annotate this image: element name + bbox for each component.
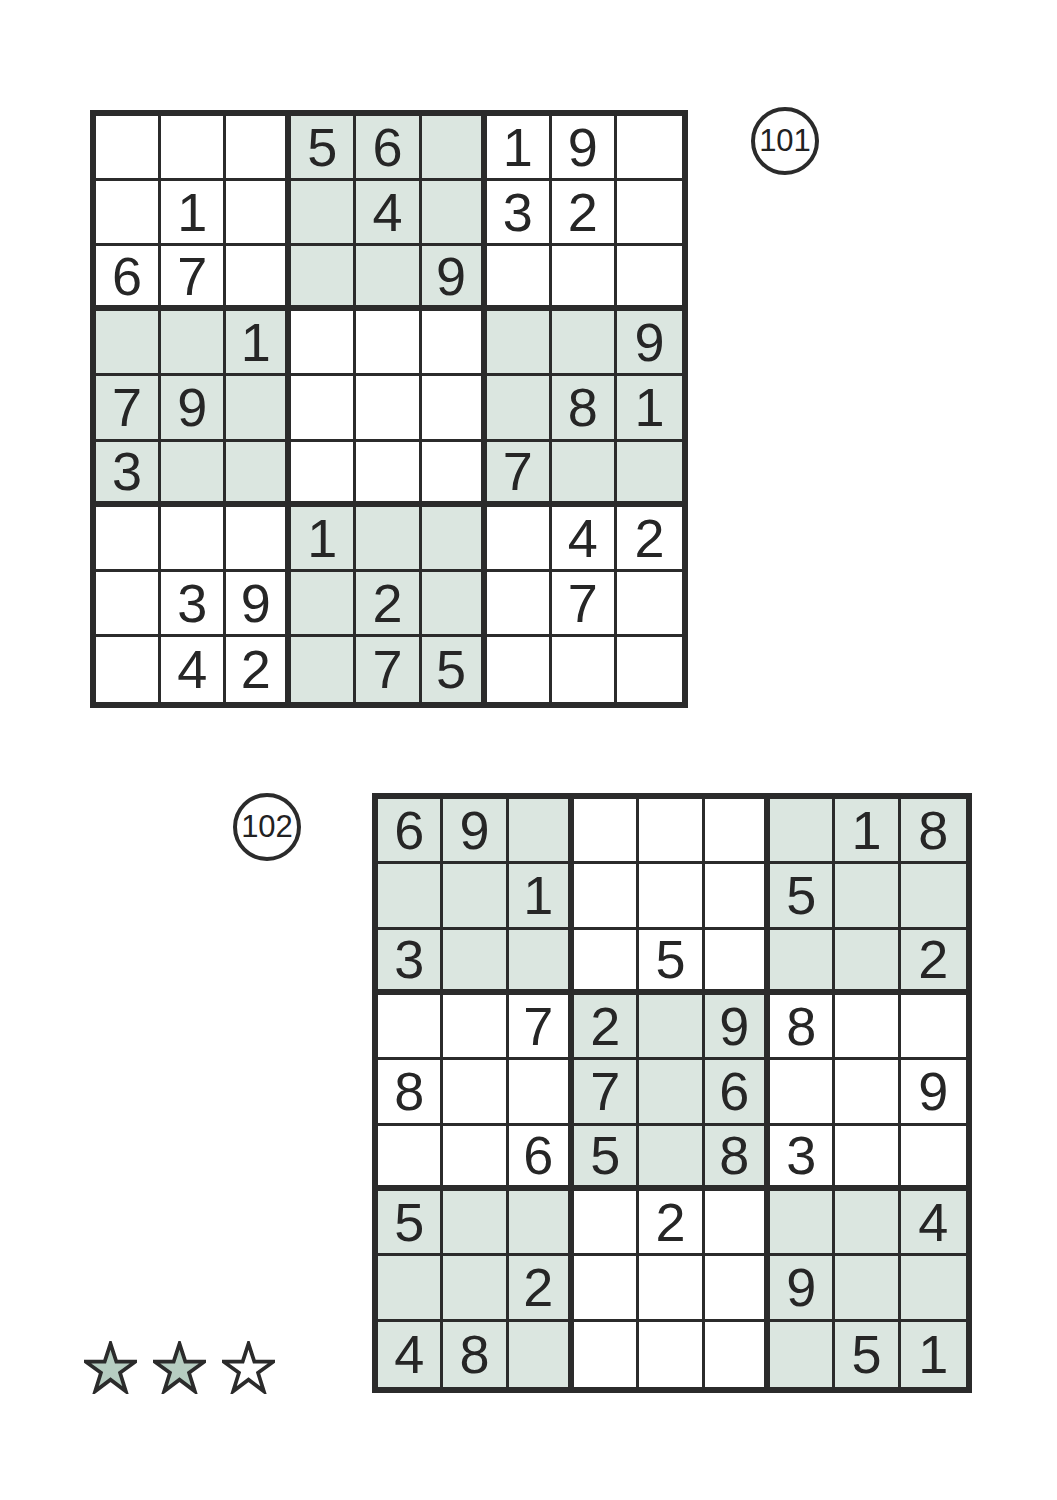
sudoku-grid-102: 691815352729887696583524294851 (372, 793, 972, 1393)
cell-r5c9[interactable]: 1 (617, 376, 682, 441)
cell-r6c2[interactable] (443, 1126, 508, 1191)
cell-r6c5[interactable] (639, 1126, 704, 1191)
cell-r9c9[interactable] (617, 637, 682, 702)
difficulty-rating (84, 1341, 275, 1394)
cell-r8c6[interactable] (422, 572, 487, 637)
cell-r1c1[interactable] (96, 116, 161, 181)
cell-r7c2[interactable] (161, 507, 226, 572)
cell-r7c7[interactable] (487, 507, 552, 572)
cell-r1c9[interactable]: 8 (901, 799, 966, 864)
cell-r8c4[interactable] (574, 1256, 639, 1321)
cell-r7c6[interactable] (422, 507, 487, 572)
cell-r6c4[interactable]: 5 (574, 1126, 639, 1191)
cell-r9c5[interactable]: 7 (356, 637, 421, 702)
cell-r3c1[interactable]: 6 (96, 246, 161, 311)
cell-r7c5[interactable]: 2 (639, 1191, 704, 1256)
cell-r7c3[interactable] (509, 1191, 574, 1256)
cell-r8c5[interactable] (639, 1256, 704, 1321)
cell-r6c3[interactable]: 6 (509, 1126, 574, 1191)
cell-r8c5[interactable]: 2 (356, 572, 421, 637)
cell-r1c1[interactable]: 6 (378, 799, 443, 864)
cell-r3c9[interactable] (617, 246, 682, 311)
cell-r9c5[interactable] (639, 1322, 704, 1387)
cell-r1c8[interactable]: 1 (835, 799, 900, 864)
cell-r5c7[interactable] (487, 376, 552, 441)
cell-r9c6[interactable] (705, 1322, 770, 1387)
cell-r2c1[interactable] (96, 181, 161, 246)
cell-r7c1[interactable]: 5 (378, 1191, 443, 1256)
cell-r2c5[interactable]: 4 (356, 181, 421, 246)
cell-r6c7[interactable]: 7 (487, 442, 552, 507)
cell-r8c7[interactable]: 9 (770, 1256, 835, 1321)
cell-r6c6[interactable]: 8 (705, 1126, 770, 1191)
cell-r3c8[interactable] (552, 246, 617, 311)
cell-r6c8[interactable] (552, 442, 617, 507)
cell-r7c4[interactable]: 1 (291, 507, 356, 572)
cell-r7c8[interactable] (835, 1191, 900, 1256)
cell-r4c3[interactable]: 1 (226, 311, 291, 376)
cell-r3c9[interactable]: 2 (901, 930, 966, 995)
cell-r9c9[interactable]: 1 (901, 1322, 966, 1387)
cell-r3c6[interactable] (705, 930, 770, 995)
cell-r8c1[interactable] (96, 572, 161, 637)
cell-r8c2[interactable] (443, 1256, 508, 1321)
star-icon-2 (153, 1341, 206, 1394)
cell-r3c3[interactable] (226, 246, 291, 311)
cell-r7c8[interactable]: 4 (552, 507, 617, 572)
cell-r1c6[interactable] (705, 799, 770, 864)
cell-r9c4[interactable] (291, 637, 356, 702)
cell-r2c4[interactable] (574, 864, 639, 929)
cell-r7c9[interactable]: 4 (901, 1191, 966, 1256)
cell-r4c4[interactable] (291, 311, 356, 376)
cell-r9c6[interactable]: 5 (422, 637, 487, 702)
cell-r8c3[interactable]: 2 (509, 1256, 574, 1321)
cell-r3c4[interactable] (291, 246, 356, 311)
cell-r6c3[interactable] (226, 442, 291, 507)
cell-r5c9[interactable]: 9 (901, 1060, 966, 1125)
cell-r5c3[interactable] (226, 376, 291, 441)
cell-r8c1[interactable] (378, 1256, 443, 1321)
cell-r9c8[interactable]: 5 (835, 1322, 900, 1387)
cell-r4c9[interactable] (901, 995, 966, 1060)
cell-r3c1[interactable]: 3 (378, 930, 443, 995)
cell-r4c1[interactable] (378, 995, 443, 1060)
cell-r7c1[interactable] (96, 507, 161, 572)
cell-r8c8[interactable]: 7 (552, 572, 617, 637)
cell-r4c1[interactable] (96, 311, 161, 376)
cell-r3c3[interactable] (509, 930, 574, 995)
cell-r5c6[interactable]: 6 (705, 1060, 770, 1125)
cell-r5c2[interactable]: 9 (161, 376, 226, 441)
cell-r8c9[interactable] (901, 1256, 966, 1321)
cell-r6c2[interactable] (161, 442, 226, 507)
cell-r1c5[interactable]: 6 (356, 116, 421, 181)
cell-r6c7[interactable]: 3 (770, 1126, 835, 1191)
cell-r2c3[interactable]: 1 (509, 864, 574, 929)
cell-r8c7[interactable] (487, 572, 552, 637)
cell-r7c5[interactable] (356, 507, 421, 572)
cell-r6c9[interactable] (617, 442, 682, 507)
cell-r7c3[interactable] (226, 507, 291, 572)
cell-r2c4[interactable] (291, 181, 356, 246)
cell-r1c7[interactable] (770, 799, 835, 864)
cell-r4c5[interactable] (639, 995, 704, 1060)
cell-r5c2[interactable] (443, 1060, 508, 1125)
cell-r9c1[interactable]: 4 (378, 1322, 443, 1387)
cell-r9c7[interactable] (770, 1322, 835, 1387)
cell-r2c9[interactable] (617, 181, 682, 246)
cell-r8c3[interactable]: 9 (226, 572, 291, 637)
sudoku-grid-101: 561914326791979813714239274275 (90, 110, 688, 708)
cell-r5c5[interactable] (639, 1060, 704, 1125)
cell-r5c4[interactable] (291, 376, 356, 441)
cell-r8c9[interactable] (617, 572, 682, 637)
cell-r5c8[interactable]: 8 (552, 376, 617, 441)
cell-r7c2[interactable] (443, 1191, 508, 1256)
cell-r4c2[interactable] (161, 311, 226, 376)
cell-r2c9[interactable] (901, 864, 966, 929)
cell-r1c4[interactable] (574, 799, 639, 864)
cell-r2c1[interactable] (378, 864, 443, 929)
cell-r2c5[interactable] (639, 864, 704, 929)
cell-r4c2[interactable] (443, 995, 508, 1060)
cell-r5c6[interactable] (422, 376, 487, 441)
cell-r4c8[interactable] (552, 311, 617, 376)
cell-r1c2[interactable] (161, 116, 226, 181)
cell-r1c4[interactable]: 5 (291, 116, 356, 181)
cell-r6c4[interactable] (291, 442, 356, 507)
cell-r7c7[interactable] (770, 1191, 835, 1256)
cell-r3c4[interactable] (574, 930, 639, 995)
cell-r2c6[interactable] (705, 864, 770, 929)
cell-r9c4[interactable] (574, 1322, 639, 1387)
cell-r5c4[interactable]: 7 (574, 1060, 639, 1125)
cell-r3c2[interactable] (443, 930, 508, 995)
cell-r3c2[interactable]: 7 (161, 246, 226, 311)
cell-r9c1[interactable] (96, 637, 161, 702)
cell-r3c7[interactable] (770, 930, 835, 995)
cell-r6c1[interactable] (378, 1126, 443, 1191)
cell-r5c3[interactable] (509, 1060, 574, 1125)
cell-r4c6[interactable]: 9 (705, 995, 770, 1060)
cell-r7c6[interactable] (705, 1191, 770, 1256)
cell-r4c9[interactable]: 9 (617, 311, 682, 376)
cell-r9c2[interactable]: 4 (161, 637, 226, 702)
cell-r8c8[interactable] (835, 1256, 900, 1321)
star-icon-3 (222, 1341, 275, 1394)
star-icon-1 (84, 1341, 137, 1394)
cell-r2c2[interactable] (443, 864, 508, 929)
cell-r5c1[interactable]: 7 (96, 376, 161, 441)
cell-r6c8[interactable] (835, 1126, 900, 1191)
cell-r7c9[interactable]: 2 (617, 507, 682, 572)
cell-r6c1[interactable]: 3 (96, 442, 161, 507)
cell-r1c8[interactable]: 9 (552, 116, 617, 181)
cell-r2c7[interactable]: 5 (770, 864, 835, 929)
cell-r9c7[interactable] (487, 637, 552, 702)
cell-r1c3[interactable] (226, 116, 291, 181)
cell-r5c7[interactable] (770, 1060, 835, 1125)
cell-r2c8[interactable]: 2 (552, 181, 617, 246)
cell-r5c8[interactable] (835, 1060, 900, 1125)
cell-r3c8[interactable] (835, 930, 900, 995)
cell-r3c5[interactable]: 5 (639, 930, 704, 995)
cell-r4c6[interactable] (422, 311, 487, 376)
cell-r6c9[interactable] (901, 1126, 966, 1191)
cell-r4c7[interactable] (487, 311, 552, 376)
cell-r9c8[interactable] (552, 637, 617, 702)
cell-r1c9[interactable] (617, 116, 682, 181)
cell-r1c6[interactable] (422, 116, 487, 181)
cell-r6c6[interactable] (422, 442, 487, 507)
puzzle-number-badge-101: 101 (751, 107, 819, 175)
cell-r3c6[interactable]: 9 (422, 246, 487, 311)
cell-r8c2[interactable]: 3 (161, 572, 226, 637)
cell-r7c4[interactable] (574, 1191, 639, 1256)
cell-r9c3[interactable]: 2 (226, 637, 291, 702)
cell-r8c6[interactable] (705, 1256, 770, 1321)
cell-r1c2[interactable]: 9 (443, 799, 508, 864)
cell-r2c7[interactable]: 3 (487, 181, 552, 246)
cell-r5c1[interactable]: 8 (378, 1060, 443, 1125)
cell-r1c7[interactable]: 1 (487, 116, 552, 181)
cell-r4c4[interactable]: 2 (574, 995, 639, 1060)
cell-r2c6[interactable] (422, 181, 487, 246)
puzzle-page: 561914326791979813714239274275 101 102 6… (0, 0, 1057, 1500)
cell-r6c5[interactable] (356, 442, 421, 507)
cell-r1c5[interactable] (639, 799, 704, 864)
cell-r1c3[interactable] (509, 799, 574, 864)
cell-r4c7[interactable]: 8 (770, 995, 835, 1060)
cell-r3c5[interactable] (356, 246, 421, 311)
cell-r2c3[interactable] (226, 181, 291, 246)
cell-r2c2[interactable]: 1 (161, 181, 226, 246)
puzzle-number-101: 101 (759, 123, 811, 159)
cell-r2c8[interactable] (835, 864, 900, 929)
cell-r3c7[interactable] (487, 246, 552, 311)
cell-r9c2[interactable]: 8 (443, 1322, 508, 1387)
cell-r4c3[interactable]: 7 (509, 995, 574, 1060)
cell-r4c8[interactable] (835, 995, 900, 1060)
puzzle-number-102: 102 (241, 809, 293, 845)
puzzle-number-badge-102: 102 (233, 793, 301, 861)
cell-r4c5[interactable] (356, 311, 421, 376)
cell-r9c3[interactable] (509, 1322, 574, 1387)
cell-r5c5[interactable] (356, 376, 421, 441)
cell-r8c4[interactable] (291, 572, 356, 637)
